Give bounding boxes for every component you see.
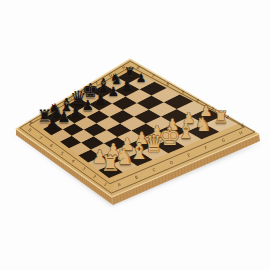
chess-board: ABCDEFGHABCDEFGH1234567812345678: [0, 0, 270, 270]
chess-set-product-photo: ABCDEFGHABCDEFGH1234567812345678 ♜♞♝♛♚♝♞…: [0, 0, 270, 270]
